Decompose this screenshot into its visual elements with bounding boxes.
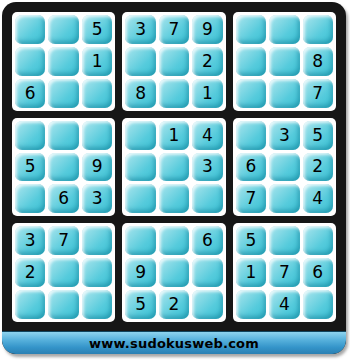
cell-r7c5[interactable]	[159, 226, 189, 255]
cell-r4c3[interactable]	[82, 121, 112, 150]
cell-r1c3[interactable]: 5	[82, 15, 112, 44]
cell-r5c4[interactable]	[125, 153, 155, 182]
cell-r4c2[interactable]	[48, 121, 78, 150]
cell-r3c4[interactable]: 8	[125, 79, 155, 108]
cell-r2c8[interactable]	[269, 47, 299, 76]
site-url[interactable]: www.sudokusweb.com	[89, 336, 259, 351]
cell-r9c5[interactable]: 2	[159, 290, 189, 319]
cell-r6c3[interactable]: 3	[82, 184, 112, 213]
cell-r7c3[interactable]	[82, 226, 112, 255]
cell-r6c7[interactable]: 7	[236, 184, 266, 213]
sudoku-box-8: 6952	[122, 223, 225, 322]
cell-r5c6[interactable]: 3	[192, 153, 222, 182]
cell-r1c9[interactable]	[303, 15, 333, 44]
cell-r3c3[interactable]	[82, 79, 112, 108]
cell-r7c2[interactable]: 7	[48, 226, 78, 255]
cell-r4c5[interactable]: 1	[159, 121, 189, 150]
cell-r9c8[interactable]: 4	[269, 290, 299, 319]
cell-r7c4[interactable]	[125, 226, 155, 255]
cell-r8c5[interactable]	[159, 258, 189, 287]
cell-r1c6[interactable]: 9	[192, 15, 222, 44]
cell-r2c9[interactable]: 8	[303, 47, 333, 76]
cell-r7c8[interactable]	[269, 226, 299, 255]
cell-r9c1[interactable]	[15, 290, 45, 319]
cell-r6c2[interactable]: 6	[48, 184, 78, 213]
sudoku-board: 516379281875963143356274372695251764 www…	[2, 2, 346, 354]
cell-r8c4[interactable]: 9	[125, 258, 155, 287]
sudoku-page: 516379281875963143356274372695251764 www…	[0, 0, 350, 360]
cell-r8c6[interactable]	[192, 258, 222, 287]
cell-r6c9[interactable]: 4	[303, 184, 333, 213]
cell-r9c6[interactable]	[192, 290, 222, 319]
cell-r3c7[interactable]	[236, 79, 266, 108]
sudoku-box-7: 372	[12, 223, 115, 322]
cell-r4c1[interactable]	[15, 121, 45, 150]
sudoku-box-4: 5963	[12, 118, 115, 217]
cell-r9c2[interactable]	[48, 290, 78, 319]
cell-r2c7[interactable]	[236, 47, 266, 76]
cell-r2c5[interactable]	[159, 47, 189, 76]
cell-r5c9[interactable]: 2	[303, 153, 333, 182]
sudoku-box-1: 516	[12, 12, 115, 111]
cell-r3c8[interactable]	[269, 79, 299, 108]
cell-r3c2[interactable]	[48, 79, 78, 108]
cell-r4c6[interactable]: 4	[192, 121, 222, 150]
cell-r2c1[interactable]	[15, 47, 45, 76]
footer-bar: www.sudokusweb.com	[2, 331, 346, 354]
sudoku-box-6: 356274	[233, 118, 336, 217]
cell-r8c3[interactable]	[82, 258, 112, 287]
cell-r6c8[interactable]	[269, 184, 299, 213]
cell-r4c7[interactable]	[236, 121, 266, 150]
cell-r2c4[interactable]	[125, 47, 155, 76]
sudoku-grid: 516379281875963143356274372695251764	[2, 2, 346, 331]
cell-r1c8[interactable]	[269, 15, 299, 44]
cell-r3c1[interactable]: 6	[15, 79, 45, 108]
cell-r3c9[interactable]: 7	[303, 79, 333, 108]
cell-r2c2[interactable]	[48, 47, 78, 76]
cell-r6c1[interactable]	[15, 184, 45, 213]
cell-r4c9[interactable]: 5	[303, 121, 333, 150]
cell-r9c7[interactable]	[236, 290, 266, 319]
cell-r4c4[interactable]	[125, 121, 155, 150]
cell-r8c8[interactable]: 7	[269, 258, 299, 287]
cell-r2c3[interactable]: 1	[82, 47, 112, 76]
cell-r7c7[interactable]: 5	[236, 226, 266, 255]
cell-r4c8[interactable]: 3	[269, 121, 299, 150]
cell-r9c4[interactable]: 5	[125, 290, 155, 319]
cell-r2c6[interactable]: 2	[192, 47, 222, 76]
cell-r5c8[interactable]	[269, 153, 299, 182]
sudoku-box-5: 143	[122, 118, 225, 217]
cell-r6c6[interactable]	[192, 184, 222, 213]
cell-r7c9[interactable]	[303, 226, 333, 255]
cell-r1c2[interactable]	[48, 15, 78, 44]
cell-r5c2[interactable]	[48, 153, 78, 182]
cell-r8c7[interactable]: 1	[236, 258, 266, 287]
cell-r1c7[interactable]	[236, 15, 266, 44]
cell-r5c3[interactable]: 9	[82, 153, 112, 182]
sudoku-box-3: 87	[233, 12, 336, 111]
cell-r9c9[interactable]	[303, 290, 333, 319]
cell-r7c6[interactable]: 6	[192, 226, 222, 255]
cell-r5c1[interactable]: 5	[15, 153, 45, 182]
cell-r3c6[interactable]: 1	[192, 79, 222, 108]
cell-r1c5[interactable]: 7	[159, 15, 189, 44]
cell-r8c9[interactable]: 6	[303, 258, 333, 287]
cell-r5c7[interactable]: 6	[236, 153, 266, 182]
sudoku-box-2: 379281	[122, 12, 225, 111]
sudoku-box-9: 51764	[233, 223, 336, 322]
cell-r5c5[interactable]	[159, 153, 189, 182]
cell-r1c1[interactable]	[15, 15, 45, 44]
cell-r6c5[interactable]	[159, 184, 189, 213]
cell-r3c5[interactable]	[159, 79, 189, 108]
cell-r7c1[interactable]: 3	[15, 226, 45, 255]
cell-r6c4[interactable]	[125, 184, 155, 213]
cell-r1c4[interactable]: 3	[125, 15, 155, 44]
cell-r8c1[interactable]: 2	[15, 258, 45, 287]
cell-r8c2[interactable]	[48, 258, 78, 287]
cell-r9c3[interactable]	[82, 290, 112, 319]
